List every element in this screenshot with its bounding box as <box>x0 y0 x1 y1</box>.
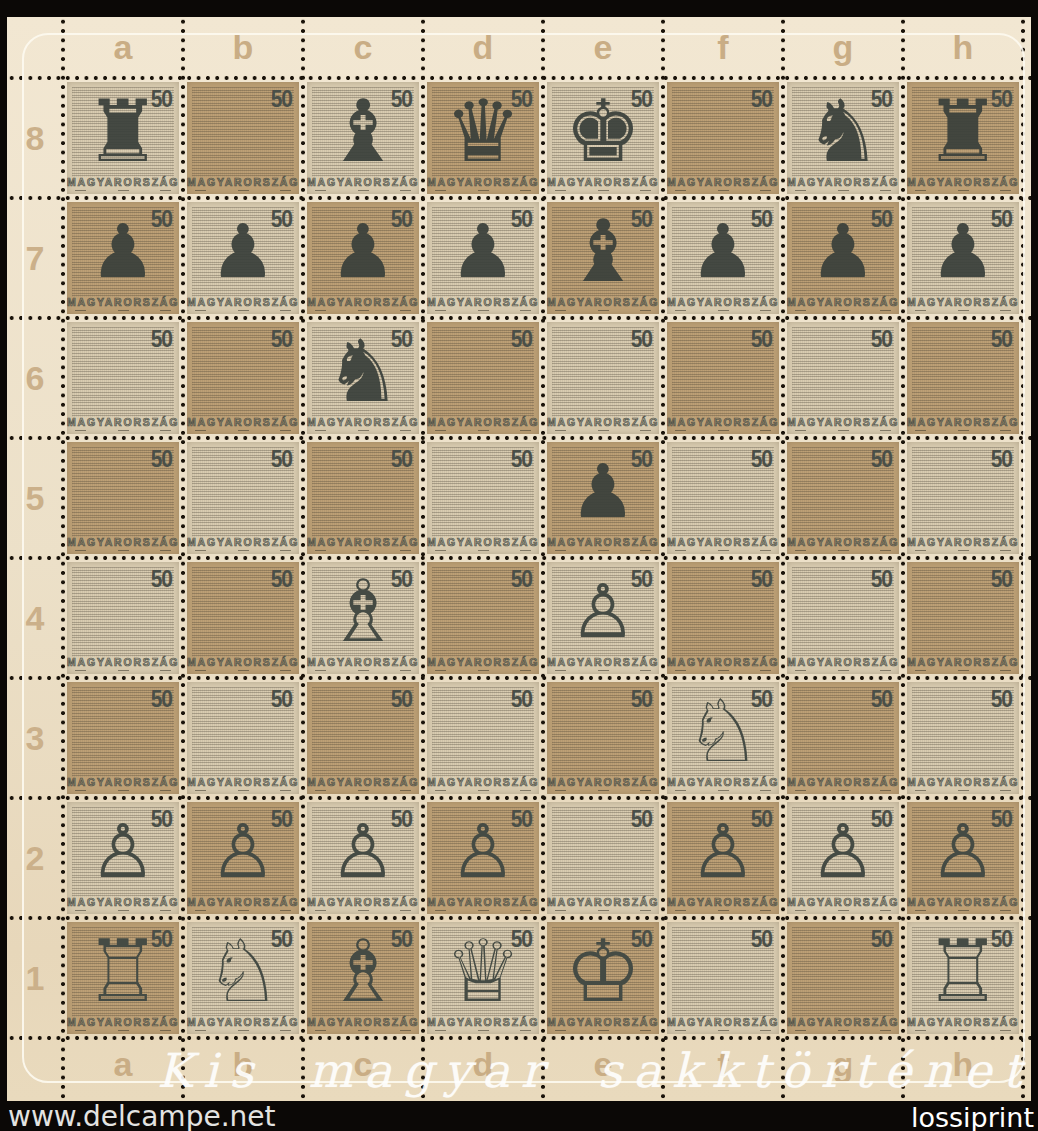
imprint-marks <box>795 910 891 912</box>
denomination-label: 50 <box>391 446 412 473</box>
country-label: MAGYARORSZÁG <box>667 656 779 668</box>
stamp-d5: 50MAGYARORSZÁG <box>427 442 539 554</box>
board-cell-b2: 50♙MAGYARORSZÁG <box>183 798 303 918</box>
imprint-marks <box>795 430 891 432</box>
imprint-marks <box>435 910 531 912</box>
denomination-label: 50 <box>751 926 772 953</box>
country-label: MAGYARORSZÁG <box>667 176 779 188</box>
imprint-marks <box>195 550 291 552</box>
country-label: MAGYARORSZÁG <box>667 896 779 908</box>
imprint-marks <box>915 310 1011 312</box>
imprint-marks <box>555 670 651 672</box>
file-label-top-e: e <box>543 29 663 65</box>
rank-label-2: 2 <box>7 798 63 918</box>
board-cell-c8: 50♝MAGYARORSZÁG <box>303 78 423 198</box>
denomination-label: 50 <box>751 206 772 233</box>
country-label: MAGYARORSZÁG <box>907 416 1019 428</box>
country-label: MAGYARORSZÁG <box>67 1016 179 1028</box>
board-cell-d6: 50MAGYARORSZÁG <box>423 318 543 438</box>
imprint-marks <box>315 550 411 552</box>
denomination-label: 50 <box>511 806 532 833</box>
denomination-label: 50 <box>871 686 892 713</box>
stamp-a1: 50♖MAGYARORSZÁG <box>67 922 179 1034</box>
country-label: MAGYARORSZÁG <box>67 296 179 308</box>
country-label: MAGYARORSZÁG <box>667 1016 779 1028</box>
country-label: MAGYARORSZÁG <box>787 176 899 188</box>
stamp-e1: 50♔MAGYARORSZÁG <box>547 922 659 1034</box>
board-cell-c2: 50♙MAGYARORSZÁG <box>303 798 423 918</box>
board-cell-d7: 50♟MAGYARORSZÁG <box>423 198 543 318</box>
stamp-b6: 50MAGYARORSZÁG <box>187 322 299 434</box>
denomination-label: 50 <box>151 86 172 113</box>
denomination-label: 50 <box>151 566 172 593</box>
country-label: MAGYARORSZÁG <box>67 896 179 908</box>
imprint-marks <box>795 190 891 192</box>
stamp-c5: 50MAGYARORSZÁG <box>307 442 419 554</box>
board-cell-a1: 50♖MAGYARORSZÁG <box>63 918 183 1038</box>
stamp-g4: 50MAGYARORSZÁG <box>787 562 899 674</box>
imprint-marks <box>555 790 651 792</box>
stamp-e2: 50MAGYARORSZÁG <box>547 802 659 914</box>
board-cell-h8: 50♜MAGYARORSZÁG <box>903 78 1023 198</box>
denomination-label: 50 <box>871 566 892 593</box>
imprint-marks <box>315 190 411 192</box>
country-label: MAGYARORSZÁG <box>907 896 1019 908</box>
board-cell-e5: 50♟MAGYARORSZÁG <box>543 438 663 558</box>
country-label: MAGYARORSZÁG <box>427 776 539 788</box>
stamp-f6: 50MAGYARORSZÁG <box>667 322 779 434</box>
denomination-label: 50 <box>991 806 1012 833</box>
imprint-marks <box>315 670 411 672</box>
board-cell-c3: 50MAGYARORSZÁG <box>303 678 423 798</box>
board-cell-h3: 50MAGYARORSZÁG <box>903 678 1023 798</box>
imprint-marks <box>915 670 1011 672</box>
denomination-label: 50 <box>871 446 892 473</box>
denomination-label: 50 <box>511 446 532 473</box>
country-label: MAGYARORSZÁG <box>907 176 1019 188</box>
stamp-g1: 50MAGYARORSZÁG <box>787 922 899 1034</box>
stamp-d2: 50♙MAGYARORSZÁG <box>427 802 539 914</box>
board-cell-g6: 50MAGYARORSZÁG <box>783 318 903 438</box>
stamp-e5: 50♟MAGYARORSZÁG <box>547 442 659 554</box>
stamp-f7: 50♟MAGYARORSZÁG <box>667 202 779 314</box>
chess-board-stamp-grid: 50♜MAGYARORSZÁG50MAGYARORSZÁG50♝MAGYAROR… <box>63 78 1023 1038</box>
denomination-label: 50 <box>991 446 1012 473</box>
board-cell-d3: 50MAGYARORSZÁG <box>423 678 543 798</box>
board-cell-b1: 50♘MAGYARORSZÁG <box>183 918 303 1038</box>
board-cell-a8: 50♜MAGYARORSZÁG <box>63 78 183 198</box>
imprint-marks <box>915 190 1011 192</box>
denomination-label: 50 <box>871 926 892 953</box>
imprint-marks <box>675 190 771 192</box>
denomination-label: 50 <box>631 86 652 113</box>
sheet-title-script: Kis magyar sakktörténet <box>157 1043 1032 1098</box>
board-cell-h5: 50MAGYARORSZÁG <box>903 438 1023 558</box>
board-cell-b8: 50MAGYARORSZÁG <box>183 78 303 198</box>
country-label: MAGYARORSZÁG <box>187 896 299 908</box>
denomination-label: 50 <box>151 206 172 233</box>
denomination-label: 50 <box>511 686 532 713</box>
imprint-marks <box>675 430 771 432</box>
imprint-marks <box>795 670 891 672</box>
country-label: MAGYARORSZÁG <box>307 1016 419 1028</box>
country-label: MAGYARORSZÁG <box>307 176 419 188</box>
country-label: MAGYARORSZÁG <box>307 296 419 308</box>
stamp-f5: 50MAGYARORSZÁG <box>667 442 779 554</box>
stamp-f2: 50♙MAGYARORSZÁG <box>667 802 779 914</box>
denomination-label: 50 <box>991 86 1012 113</box>
country-label: MAGYARORSZÁG <box>187 416 299 428</box>
board-cell-f7: 50♟MAGYARORSZÁG <box>663 198 783 318</box>
rank-label-7: 7 <box>7 198 63 318</box>
board-cell-e1: 50♔MAGYARORSZÁG <box>543 918 663 1038</box>
board-cell-b3: 50MAGYARORSZÁG <box>183 678 303 798</box>
stamp-h4: 50MAGYARORSZÁG <box>907 562 1019 674</box>
imprint-marks <box>915 550 1011 552</box>
denomination-label: 50 <box>511 86 532 113</box>
board-cell-f3: 50♘MAGYARORSZÁG <box>663 678 783 798</box>
stamp-c3: 50MAGYARORSZÁG <box>307 682 419 794</box>
board-cell-f6: 50MAGYARORSZÁG <box>663 318 783 438</box>
stamp-a2: 50♙MAGYARORSZÁG <box>67 802 179 914</box>
denomination-label: 50 <box>511 566 532 593</box>
board-cell-e8: 50♚MAGYARORSZÁG <box>543 78 663 198</box>
denomination-label: 50 <box>511 926 532 953</box>
rank-label-5: 5 <box>7 438 63 558</box>
denomination-label: 50 <box>631 686 652 713</box>
stamp-a4: 50MAGYARORSZÁG <box>67 562 179 674</box>
board-cell-g5: 50MAGYARORSZÁG <box>783 438 903 558</box>
stamp-e8: 50♚MAGYARORSZÁG <box>547 82 659 194</box>
denomination-label: 50 <box>871 86 892 113</box>
imprint-marks <box>555 310 651 312</box>
imprint-marks <box>675 310 771 312</box>
imprint-marks <box>435 1030 531 1032</box>
rank-label-4: 4 <box>7 558 63 678</box>
board-cell-e3: 50MAGYARORSZÁG <box>543 678 663 798</box>
denomination-label: 50 <box>631 326 652 353</box>
board-cell-f8: 50MAGYARORSZÁG <box>663 78 783 198</box>
country-label: MAGYARORSZÁG <box>187 656 299 668</box>
stamp-g2: 50♙MAGYARORSZÁG <box>787 802 899 914</box>
country-label: MAGYARORSZÁG <box>427 896 539 908</box>
imprint-marks <box>435 310 531 312</box>
country-label: MAGYARORSZÁG <box>427 656 539 668</box>
country-label: MAGYARORSZÁG <box>547 536 659 548</box>
stamp-g6: 50MAGYARORSZÁG <box>787 322 899 434</box>
board-cell-a3: 50MAGYARORSZÁG <box>63 678 183 798</box>
stamp-d8: 50♛MAGYARORSZÁG <box>427 82 539 194</box>
stamp-h6: 50MAGYARORSZÁG <box>907 322 1019 434</box>
denomination-label: 50 <box>391 806 412 833</box>
stamp-g3: 50MAGYARORSZÁG <box>787 682 899 794</box>
stamp-b4: 50MAGYARORSZÁG <box>187 562 299 674</box>
denomination-label: 50 <box>751 326 772 353</box>
board-cell-b7: 50♟MAGYARORSZÁG <box>183 198 303 318</box>
country-label: MAGYARORSZÁG <box>547 176 659 188</box>
imprint-marks <box>795 550 891 552</box>
denomination-label: 50 <box>871 806 892 833</box>
country-label: MAGYARORSZÁG <box>787 656 899 668</box>
denomination-label: 50 <box>391 926 412 953</box>
denomination-label: 50 <box>871 326 892 353</box>
stamp-f1: 50MAGYARORSZÁG <box>667 922 779 1034</box>
board-cell-g7: 50♟MAGYARORSZÁG <box>783 198 903 318</box>
country-label: MAGYARORSZÁG <box>547 416 659 428</box>
file-label-top-a: a <box>63 29 183 65</box>
stamp-a7: 50♟MAGYARORSZÁG <box>67 202 179 314</box>
country-label: MAGYARORSZÁG <box>67 416 179 428</box>
stamp-a8: 50♜MAGYARORSZÁG <box>67 82 179 194</box>
country-label: MAGYARORSZÁG <box>187 296 299 308</box>
denomination-label: 50 <box>271 806 292 833</box>
country-label: MAGYARORSZÁG <box>787 1016 899 1028</box>
stamp-b7: 50♟MAGYARORSZÁG <box>187 202 299 314</box>
denomination-label: 50 <box>271 206 292 233</box>
stamp-c8: 50♝MAGYARORSZÁG <box>307 82 419 194</box>
board-cell-b4: 50MAGYARORSZÁG <box>183 558 303 678</box>
board-cell-g1: 50MAGYARORSZÁG <box>783 918 903 1038</box>
country-label: MAGYARORSZÁG <box>187 536 299 548</box>
board-cell-b6: 50MAGYARORSZÁG <box>183 318 303 438</box>
imprint-marks <box>435 670 531 672</box>
board-cell-e6: 50MAGYARORSZÁG <box>543 318 663 438</box>
stamp-g7: 50♟MAGYARORSZÁG <box>787 202 899 314</box>
file-label-top-d: d <box>423 29 543 65</box>
board-cell-c5: 50MAGYARORSZÁG <box>303 438 423 558</box>
file-label-top-h: h <box>903 29 1023 65</box>
board-cell-a4: 50MAGYARORSZÁG <box>63 558 183 678</box>
imprint-marks <box>75 790 171 792</box>
stamp-b1: 50♘MAGYARORSZÁG <box>187 922 299 1034</box>
imprint-marks <box>675 910 771 912</box>
imprint-marks <box>75 910 171 912</box>
stamp-a6: 50MAGYARORSZÁG <box>67 322 179 434</box>
imprint-marks <box>915 1030 1011 1032</box>
denomination-label: 50 <box>991 566 1012 593</box>
denomination-label: 50 <box>511 206 532 233</box>
stamp-b8: 50MAGYARORSZÁG <box>187 82 299 194</box>
stamp-e3: 50MAGYARORSZÁG <box>547 682 659 794</box>
country-label: MAGYARORSZÁG <box>547 776 659 788</box>
imprint-marks <box>555 550 651 552</box>
watermark-lossiprint: lossiprint <box>911 1102 1034 1131</box>
file-label-top-g: g <box>783 29 903 65</box>
board-cell-f1: 50MAGYARORSZÁG <box>663 918 783 1038</box>
imprint-marks <box>915 910 1011 912</box>
rank-label-3: 3 <box>7 678 63 798</box>
country-label: MAGYARORSZÁG <box>427 296 539 308</box>
country-label: MAGYARORSZÁG <box>187 176 299 188</box>
denomination-label: 50 <box>631 566 652 593</box>
denomination-label: 50 <box>271 86 292 113</box>
denomination-label: 50 <box>151 926 172 953</box>
board-cell-c6: 50♞MAGYARORSZÁG <box>303 318 423 438</box>
imprint-marks <box>795 1030 891 1032</box>
imprint-marks <box>75 190 171 192</box>
stamp-b2: 50♙MAGYARORSZÁG <box>187 802 299 914</box>
imprint-marks <box>435 430 531 432</box>
country-label: MAGYARORSZÁG <box>547 296 659 308</box>
denomination-label: 50 <box>631 446 652 473</box>
board-cell-d2: 50♙MAGYARORSZÁG <box>423 798 543 918</box>
imprint-marks <box>555 910 651 912</box>
board-cell-h1: 50♖MAGYARORSZÁG <box>903 918 1023 1038</box>
imprint-marks <box>195 1030 291 1032</box>
watermark-delcampe: www.delcampe.net <box>8 1100 276 1131</box>
stamp-h3: 50MAGYARORSZÁG <box>907 682 1019 794</box>
board-cell-h4: 50MAGYARORSZÁG <box>903 558 1023 678</box>
imprint-marks <box>315 1030 411 1032</box>
country-label: MAGYARORSZÁG <box>787 296 899 308</box>
denomination-label: 50 <box>631 926 652 953</box>
denomination-label: 50 <box>391 326 412 353</box>
imprint-marks <box>675 1030 771 1032</box>
imprint-marks <box>195 430 291 432</box>
board-cell-a5: 50MAGYARORSZÁG <box>63 438 183 558</box>
stamp-h8: 50♜MAGYARORSZÁG <box>907 82 1019 194</box>
imprint-marks <box>915 790 1011 792</box>
imprint-marks <box>915 430 1011 432</box>
country-label: MAGYARORSZÁG <box>787 536 899 548</box>
stamp-b3: 50MAGYARORSZÁG <box>187 682 299 794</box>
stamp-d3: 50MAGYARORSZÁG <box>427 682 539 794</box>
country-label: MAGYARORSZÁG <box>547 1016 659 1028</box>
denomination-label: 50 <box>751 806 772 833</box>
stamp-a3: 50MAGYARORSZÁG <box>67 682 179 794</box>
board-cell-h7: 50♟MAGYARORSZÁG <box>903 198 1023 318</box>
board-cell-d1: 50♕MAGYARORSZÁG <box>423 918 543 1038</box>
board-cell-b5: 50MAGYARORSZÁG <box>183 438 303 558</box>
denomination-label: 50 <box>391 206 412 233</box>
imprint-marks <box>795 790 891 792</box>
denomination-label: 50 <box>391 566 412 593</box>
imprint-marks <box>75 1030 171 1032</box>
denomination-label: 50 <box>151 686 172 713</box>
denomination-label: 50 <box>151 806 172 833</box>
file-label-top-c: c <box>303 29 423 65</box>
stamp-g8: 50♞MAGYARORSZÁG <box>787 82 899 194</box>
stamp-d7: 50♟MAGYARORSZÁG <box>427 202 539 314</box>
imprint-marks <box>795 310 891 312</box>
country-label: MAGYARORSZÁG <box>307 896 419 908</box>
stamp-d4: 50MAGYARORSZÁG <box>427 562 539 674</box>
stamp-d1: 50♕MAGYARORSZÁG <box>427 922 539 1034</box>
stamp-f4: 50MAGYARORSZÁG <box>667 562 779 674</box>
country-label: MAGYARORSZÁG <box>67 536 179 548</box>
imprint-marks <box>435 190 531 192</box>
country-label: MAGYARORSZÁG <box>307 536 419 548</box>
country-label: MAGYARORSZÁG <box>787 896 899 908</box>
imprint-marks <box>435 790 531 792</box>
board-cell-f5: 50MAGYARORSZÁG <box>663 438 783 558</box>
country-label: MAGYARORSZÁG <box>187 1016 299 1028</box>
denomination-label: 50 <box>991 926 1012 953</box>
country-label: MAGYARORSZÁG <box>67 176 179 188</box>
denomination-label: 50 <box>991 686 1012 713</box>
imprint-marks <box>195 310 291 312</box>
imprint-marks <box>315 430 411 432</box>
imprint-marks <box>195 190 291 192</box>
denomination-label: 50 <box>751 446 772 473</box>
stamp-f8: 50MAGYARORSZÁG <box>667 82 779 194</box>
denomination-label: 50 <box>871 206 892 233</box>
stamp-e6: 50MAGYARORSZÁG <box>547 322 659 434</box>
stamp-a5: 50MAGYARORSZÁG <box>67 442 179 554</box>
denomination-label: 50 <box>391 86 412 113</box>
rank-label-6: 6 <box>7 318 63 438</box>
country-label: MAGYARORSZÁG <box>547 896 659 908</box>
imprint-marks <box>675 670 771 672</box>
board-cell-e7: 50♝MAGYARORSZÁG <box>543 198 663 318</box>
denomination-label: 50 <box>751 86 772 113</box>
country-label: MAGYARORSZÁG <box>427 536 539 548</box>
board-cell-d8: 50♛MAGYARORSZÁG <box>423 78 543 198</box>
country-label: MAGYARORSZÁG <box>907 656 1019 668</box>
denomination-label: 50 <box>751 566 772 593</box>
rank-label-8: 8 <box>7 78 63 198</box>
denomination-label: 50 <box>991 326 1012 353</box>
board-cell-f2: 50♙MAGYARORSZÁG <box>663 798 783 918</box>
denomination-label: 50 <box>391 686 412 713</box>
stamp-c7: 50♟MAGYARORSZÁG <box>307 202 419 314</box>
stamp-c4: 50♗MAGYARORSZÁG <box>307 562 419 674</box>
imprint-marks <box>195 670 291 672</box>
denomination-label: 50 <box>751 686 772 713</box>
board-cell-a2: 50♙MAGYARORSZÁG <box>63 798 183 918</box>
denomination-label: 50 <box>271 446 292 473</box>
board-cell-c7: 50♟MAGYARORSZÁG <box>303 198 423 318</box>
country-label: MAGYARORSZÁG <box>667 536 779 548</box>
stamp-c1: 50♗MAGYARORSZÁG <box>307 922 419 1034</box>
imprint-marks <box>555 1030 651 1032</box>
file-label-top-f: f <box>663 29 783 65</box>
board-cell-h6: 50MAGYARORSZÁG <box>903 318 1023 438</box>
denomination-label: 50 <box>151 326 172 353</box>
imprint-marks <box>195 910 291 912</box>
board-cell-a6: 50MAGYARORSZÁG <box>63 318 183 438</box>
board-cell-g4: 50MAGYARORSZÁG <box>783 558 903 678</box>
country-label: MAGYARORSZÁG <box>907 296 1019 308</box>
country-label: MAGYARORSZÁG <box>67 776 179 788</box>
country-label: MAGYARORSZÁG <box>427 176 539 188</box>
denomination-label: 50 <box>991 206 1012 233</box>
board-cell-h2: 50♙MAGYARORSZÁG <box>903 798 1023 918</box>
rank-label-1: 1 <box>7 918 63 1038</box>
stamp-f3: 50♘MAGYARORSZÁG <box>667 682 779 794</box>
denomination-label: 50 <box>271 566 292 593</box>
stamp-c6: 50♞MAGYARORSZÁG <box>307 322 419 434</box>
imprint-marks <box>195 790 291 792</box>
denomination-label: 50 <box>631 206 652 233</box>
stamp-h2: 50♙MAGYARORSZÁG <box>907 802 1019 914</box>
country-label: MAGYARORSZÁG <box>307 776 419 788</box>
board-cell-g2: 50♙MAGYARORSZÁG <box>783 798 903 918</box>
stamp-e4: 50♙MAGYARORSZÁG <box>547 562 659 674</box>
imprint-marks <box>315 310 411 312</box>
country-label: MAGYARORSZÁG <box>667 776 779 788</box>
imprint-marks <box>315 910 411 912</box>
country-label: MAGYARORSZÁG <box>667 416 779 428</box>
imprint-marks <box>675 790 771 792</box>
imprint-marks <box>75 670 171 672</box>
country-label: MAGYARORSZÁG <box>187 776 299 788</box>
country-label: MAGYARORSZÁG <box>787 776 899 788</box>
imprint-marks <box>75 550 171 552</box>
stamp-h7: 50♟MAGYARORSZÁG <box>907 202 1019 314</box>
board-cell-d4: 50MAGYARORSZÁG <box>423 558 543 678</box>
board-cell-e4: 50♙MAGYARORSZÁG <box>543 558 663 678</box>
